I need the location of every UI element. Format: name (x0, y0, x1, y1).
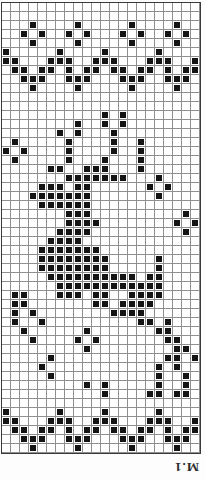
chart-cell (173, 228, 182, 237)
chart-cell (47, 399, 56, 408)
chart-cell (65, 399, 74, 408)
chart-cell (20, 381, 29, 390)
chart-cell (56, 66, 65, 75)
chart-cell (20, 210, 29, 219)
chart-cell (173, 318, 182, 327)
chart-cell (128, 255, 137, 264)
chart-cell (83, 138, 92, 147)
chart-cell (38, 93, 47, 102)
chart-cell (101, 3, 110, 12)
chart-cell (146, 246, 155, 255)
chart-cell (128, 66, 137, 75)
chart-cell (191, 345, 200, 354)
chart-cell (119, 345, 128, 354)
chart-cell (83, 444, 92, 453)
chart-cell (11, 327, 20, 336)
chart-cell (2, 246, 11, 255)
chart-cell (29, 183, 38, 192)
chart-cell (2, 228, 11, 237)
chart-cell (2, 3, 11, 12)
chart-cell (110, 120, 119, 129)
chart-cell (56, 336, 65, 345)
chart-cell (146, 138, 155, 147)
chart-cell (38, 336, 47, 345)
chart-cell (128, 30, 137, 39)
chart-cell (2, 30, 11, 39)
chart-cell (173, 12, 182, 21)
chart-cell (38, 57, 47, 66)
chart-cell (74, 417, 83, 426)
chart-cell (101, 273, 110, 282)
chart-cell (74, 435, 83, 444)
chart-cell (29, 300, 38, 309)
chart-cell (29, 165, 38, 174)
chart-cell (83, 30, 92, 39)
chart-cell (11, 345, 20, 354)
chart-cell (110, 363, 119, 372)
chart-cell (101, 201, 110, 210)
chart-cell (20, 165, 29, 174)
chart-cell (83, 408, 92, 417)
chart-cell (2, 291, 11, 300)
chart-cell (155, 156, 164, 165)
chart-cell (128, 102, 137, 111)
chart-cell (182, 30, 191, 39)
chart-cell (92, 21, 101, 30)
chart-cell (164, 39, 173, 48)
chart-cell (47, 219, 56, 228)
chart-cell (128, 129, 137, 138)
chart-cell (47, 282, 56, 291)
chart-cell (119, 228, 128, 237)
chart-cell (128, 21, 137, 30)
chart-cell (2, 111, 11, 120)
chart-cell (83, 354, 92, 363)
chart-cell (173, 138, 182, 147)
chart-cell (74, 381, 83, 390)
chart-cell (146, 345, 155, 354)
chart-cell (137, 93, 146, 102)
chart-cell (38, 309, 47, 318)
chart-cell (83, 3, 92, 12)
chart-cell (11, 201, 20, 210)
chart-cell (56, 255, 65, 264)
chart-cell (38, 30, 47, 39)
chart-cell (146, 228, 155, 237)
chart-cell (38, 3, 47, 12)
chart-cell (191, 264, 200, 273)
chart-cell (47, 237, 56, 246)
chart-cell (128, 435, 137, 444)
chart-cell (65, 228, 74, 237)
chart-cell (47, 75, 56, 84)
chart-cell (56, 3, 65, 12)
chart-cell (2, 21, 11, 30)
chart-cell (137, 66, 146, 75)
chart-cell (155, 390, 164, 399)
chart-cell (182, 318, 191, 327)
chart-cell (146, 156, 155, 165)
chart-cell (101, 363, 110, 372)
chart-cell (92, 111, 101, 120)
chart-cell (38, 75, 47, 84)
chart-cell (65, 174, 74, 183)
chart-cell (29, 66, 38, 75)
chart-cell (155, 84, 164, 93)
chart-cell (110, 345, 119, 354)
chart-cell (173, 75, 182, 84)
chart-cell (56, 147, 65, 156)
chart-cell (182, 273, 191, 282)
chart-cell (29, 228, 38, 237)
chart-cell (101, 228, 110, 237)
chart-cell (65, 120, 74, 129)
chart-cell (56, 390, 65, 399)
chart-cell (92, 354, 101, 363)
chart-cell (128, 75, 137, 84)
chart-cell (20, 345, 29, 354)
chart-cell (2, 381, 11, 390)
chart-cell (119, 75, 128, 84)
chart-cell (137, 246, 146, 255)
chart-cell (146, 174, 155, 183)
chart-cell (83, 120, 92, 129)
chart-cell (29, 309, 38, 318)
chart-cell (119, 246, 128, 255)
chart-cell (83, 255, 92, 264)
chart-cell (2, 84, 11, 93)
chart-cell (101, 156, 110, 165)
chart-cell (173, 390, 182, 399)
chart-cell (101, 39, 110, 48)
chart-cell (2, 426, 11, 435)
chart-cell (164, 120, 173, 129)
chart-cell (29, 3, 38, 12)
chart-cell (182, 174, 191, 183)
chart-cell (92, 75, 101, 84)
chart-cell (146, 183, 155, 192)
chart-cell (191, 372, 200, 381)
chart-cell (146, 354, 155, 363)
chart-cell (119, 327, 128, 336)
chart-cell (56, 435, 65, 444)
chart-cell (29, 408, 38, 417)
chart-cell (65, 156, 74, 165)
chart-cell (2, 327, 11, 336)
chart-cell (2, 93, 11, 102)
chart-cell (38, 138, 47, 147)
chart-cell (182, 444, 191, 453)
chart-cell (182, 66, 191, 75)
chart-cell (119, 264, 128, 273)
chart-cell (92, 165, 101, 174)
chart-cell (11, 255, 20, 264)
chart-cell (110, 228, 119, 237)
chart-cell (182, 300, 191, 309)
chart-cell (182, 255, 191, 264)
chart-cell (146, 237, 155, 246)
chart-cell (47, 3, 56, 12)
chart-cell (56, 12, 65, 21)
chart-cell (29, 192, 38, 201)
chart-cell (92, 192, 101, 201)
chart-cell (56, 363, 65, 372)
chart-cell (137, 426, 146, 435)
chart-cell (47, 435, 56, 444)
chart-cell (155, 363, 164, 372)
chart-cell (182, 228, 191, 237)
chart-cell (47, 84, 56, 93)
chart-cell (110, 30, 119, 39)
chart-cell (56, 138, 65, 147)
chart-cell (101, 237, 110, 246)
chart-cell (74, 48, 83, 57)
chart-cell (74, 264, 83, 273)
chart-cell (83, 165, 92, 174)
chart-cell (83, 336, 92, 345)
chart-cell (11, 75, 20, 84)
chart-cell (83, 435, 92, 444)
chart-cell (101, 147, 110, 156)
chart-cell (56, 21, 65, 30)
chart-cell (38, 219, 47, 228)
chart-cell (119, 219, 128, 228)
chart-cell (47, 120, 56, 129)
chart-cell (164, 399, 173, 408)
chart-cell (47, 291, 56, 300)
chart-cell (11, 336, 20, 345)
chart-cell (110, 336, 119, 345)
chart-cell (2, 129, 11, 138)
chart-cell (191, 138, 200, 147)
chart-cell (137, 39, 146, 48)
chart-cell (56, 129, 65, 138)
chart-cell (128, 318, 137, 327)
chart-cell (146, 426, 155, 435)
chart-cell (128, 219, 137, 228)
chart-cell (11, 237, 20, 246)
chart-cell (164, 3, 173, 12)
chart-cell (146, 399, 155, 408)
chart-cell (11, 282, 20, 291)
chart-cell (92, 372, 101, 381)
chart-cell (164, 255, 173, 264)
chart-cell (38, 345, 47, 354)
chart-cell (119, 426, 128, 435)
chart-cell (164, 102, 173, 111)
chart-cell (11, 390, 20, 399)
chart-cell (191, 48, 200, 57)
chart-cell (173, 129, 182, 138)
chart-cell (74, 93, 83, 102)
chart-cell (65, 336, 74, 345)
chart-cell (119, 444, 128, 453)
chart-cell (155, 255, 164, 264)
chart-cell (29, 426, 38, 435)
chart-cell (56, 120, 65, 129)
chart-cell (191, 111, 200, 120)
chart-cell (56, 426, 65, 435)
chart-cell (101, 174, 110, 183)
chart-cell (38, 426, 47, 435)
chart-cell (173, 21, 182, 30)
chart-cell (119, 183, 128, 192)
chart-cell (47, 192, 56, 201)
chart-cell (83, 228, 92, 237)
chart-cell (47, 102, 56, 111)
chart-cell (11, 156, 20, 165)
chart-cell (47, 111, 56, 120)
chart-cell (65, 435, 74, 444)
chart-cell (110, 75, 119, 84)
chart-cell (38, 399, 47, 408)
chart-cell (110, 129, 119, 138)
chart-cell (173, 399, 182, 408)
chart-cell (83, 39, 92, 48)
chart-cell (38, 165, 47, 174)
chart-cell (92, 30, 101, 39)
chart-cell (182, 417, 191, 426)
chart-cell (146, 39, 155, 48)
chart-cell (47, 138, 56, 147)
chart-cell (146, 21, 155, 30)
chart-cell (74, 75, 83, 84)
chart-cell (47, 264, 56, 273)
chart-cell (173, 102, 182, 111)
chart-cell (128, 417, 137, 426)
chart-cell (191, 399, 200, 408)
chart-cell (11, 210, 20, 219)
chart-cell (56, 219, 65, 228)
chart-cell (11, 219, 20, 228)
chart-cell (38, 390, 47, 399)
chart-cell (155, 48, 164, 57)
chart-cell (101, 300, 110, 309)
chart-cell (173, 237, 182, 246)
chart-cell (191, 129, 200, 138)
chart-cell (38, 255, 47, 264)
chart-cell (74, 291, 83, 300)
chart-cell (146, 381, 155, 390)
chart-cell (11, 354, 20, 363)
chart-cell (182, 156, 191, 165)
chart-cell (173, 273, 182, 282)
chart-cell (101, 120, 110, 129)
chart-cell (74, 165, 83, 174)
chart-cell (29, 354, 38, 363)
chart-cell (47, 273, 56, 282)
chart-cell (137, 237, 146, 246)
chart-cell (74, 174, 83, 183)
chart-cell (182, 102, 191, 111)
chart-cell (164, 192, 173, 201)
chart-cell (119, 300, 128, 309)
chart-cell (74, 138, 83, 147)
chart-cell (74, 345, 83, 354)
chart-cell (164, 309, 173, 318)
chart-cell (191, 75, 200, 84)
chart-cell (101, 102, 110, 111)
chart-cell (173, 156, 182, 165)
chart-cell (155, 228, 164, 237)
chart-cell (11, 363, 20, 372)
chart-cell (173, 120, 182, 129)
chart-cell (92, 426, 101, 435)
chart-cell (119, 30, 128, 39)
chart-cell (47, 156, 56, 165)
chart-cell (191, 219, 200, 228)
chart-cell (56, 264, 65, 273)
chart-cell (182, 363, 191, 372)
chart-cell (164, 147, 173, 156)
chart-cell (137, 372, 146, 381)
chart-cell (137, 48, 146, 57)
chart-cell (137, 210, 146, 219)
chart-cell (29, 336, 38, 345)
chart-cell (20, 192, 29, 201)
chart-cell (11, 318, 20, 327)
chart-cell (11, 66, 20, 75)
chart-cell (128, 138, 137, 147)
chart-cell (47, 381, 56, 390)
chart-cell (65, 57, 74, 66)
chart-cell (74, 426, 83, 435)
chart-cell (137, 444, 146, 453)
chart-cell (65, 165, 74, 174)
chart-cell (110, 408, 119, 417)
chart-cell (56, 84, 65, 93)
chart-cell (56, 183, 65, 192)
chart-cell (173, 354, 182, 363)
chart-cell (155, 66, 164, 75)
chart-cell (146, 408, 155, 417)
chart-cell (65, 102, 74, 111)
chart-cell (29, 138, 38, 147)
chart-cell (92, 435, 101, 444)
chart-cell (173, 111, 182, 120)
chart-cell (119, 39, 128, 48)
chart-cell (164, 291, 173, 300)
chart-cell (29, 102, 38, 111)
chart-cell (173, 93, 182, 102)
chart-cell (47, 57, 56, 66)
chart-cell (38, 174, 47, 183)
chart-cell (38, 354, 47, 363)
chart-cell (119, 435, 128, 444)
chart-cell (182, 39, 191, 48)
chart-cell (38, 147, 47, 156)
chart-cell (101, 372, 110, 381)
chart-cell (128, 93, 137, 102)
chart-cell (182, 201, 191, 210)
chart-cell (164, 327, 173, 336)
chart-cell (110, 291, 119, 300)
chart-cell (38, 66, 47, 75)
chart-cell (101, 291, 110, 300)
chart-cell (74, 255, 83, 264)
chart-cell (74, 66, 83, 75)
chart-cell (119, 282, 128, 291)
chart-cell (164, 363, 173, 372)
chart-cell (128, 390, 137, 399)
chart-cell (155, 264, 164, 273)
chart-cell (146, 444, 155, 453)
chart-cell (119, 111, 128, 120)
chart-cell (173, 327, 182, 336)
chart-cell (128, 39, 137, 48)
chart-cell (173, 300, 182, 309)
chart-cell (92, 138, 101, 147)
